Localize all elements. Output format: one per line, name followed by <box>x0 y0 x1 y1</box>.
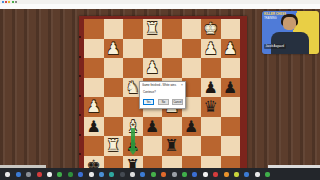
no-button[interactable]: No <box>158 99 169 105</box>
board-square[interactable]: ♜ <box>104 136 124 156</box>
taskbar-icon[interactable] <box>213 172 218 177</box>
taskbar-icon[interactable] <box>57 172 62 177</box>
taskbar-icon[interactable] <box>192 172 197 177</box>
webcam-overlay: KILLER CHESS TRAINING Jacob Aagaard <box>262 11 319 54</box>
board-square[interactable]: ♟ <box>84 117 104 137</box>
taskbar-icon[interactable] <box>172 172 177 177</box>
titlebar-icon[interactable] <box>15 1 17 3</box>
board-square[interactable]: ♜ <box>162 136 182 156</box>
taskbar-icon[interactable] <box>161 172 166 177</box>
board-square[interactable] <box>221 58 241 78</box>
taskbar-icon[interactable] <box>5 172 10 177</box>
board-square[interactable] <box>182 58 202 78</box>
chess-piece-wP[interactable]: ♟ <box>143 58 163 78</box>
chess-piece-wR[interactable]: ♜ <box>143 19 163 39</box>
taskbar-icon[interactable] <box>47 172 52 177</box>
chess-piece-bP[interactable]: ♟ <box>221 78 241 98</box>
board-square[interactable] <box>123 39 143 59</box>
dialog-title: Game finished - White wins <box>142 83 180 87</box>
chess-piece-wP[interactable]: ♟ <box>201 39 221 59</box>
board-square[interactable] <box>104 78 124 98</box>
close-icon[interactable]: × <box>180 83 184 87</box>
titlebar-icon[interactable] <box>5 1 7 3</box>
board-square[interactable]: ♟ <box>182 117 202 137</box>
taskbar <box>0 168 320 180</box>
titlebar-icon[interactable] <box>12 1 14 3</box>
board-square[interactable] <box>162 117 182 137</box>
taskbar-icon[interactable] <box>265 172 270 177</box>
board-square[interactable]: ♟ <box>221 39 241 59</box>
taskbar-icon[interactable] <box>120 172 125 177</box>
taskbar-icon[interactable] <box>68 172 73 177</box>
chess-piece-wP[interactable]: ♟ <box>104 39 124 59</box>
board-square[interactable] <box>104 117 124 137</box>
board-square[interactable] <box>221 97 241 117</box>
board-square[interactable]: ♟ <box>221 78 241 98</box>
chess-piece-wP[interactable]: ♟ <box>84 97 104 117</box>
board-square[interactable]: ♟ <box>104 39 124 59</box>
streamer-body <box>271 32 309 54</box>
board-square[interactable] <box>221 117 241 137</box>
streamer-name-tag: Jacob Aagaard <box>264 44 286 49</box>
board-square[interactable] <box>162 39 182 59</box>
board-square[interactable] <box>84 136 104 156</box>
board-square[interactable] <box>123 58 143 78</box>
taskbar-icon[interactable] <box>16 172 21 177</box>
chess-piece-bP[interactable]: ♟ <box>201 78 221 98</box>
board-square[interactable] <box>221 136 241 156</box>
board-square[interactable]: ♜ <box>143 19 163 39</box>
board-square[interactable] <box>201 58 221 78</box>
board-square[interactable] <box>104 19 124 39</box>
move-arrow-head <box>128 148 138 155</box>
board-square[interactable] <box>221 19 241 39</box>
move-arrow-shaft <box>131 128 135 148</box>
chess-piece-bP[interactable]: ♟ <box>84 117 104 137</box>
board-square[interactable]: ♟ <box>201 39 221 59</box>
app-background-wood: ♜♚♟♟♟♟♞♟♟♟♟♛♟♝♟♟♜♟♜♚♜ Game finished - Wh… <box>0 9 320 168</box>
taskbar-icon[interactable] <box>224 172 229 177</box>
titlebar-icon[interactable] <box>8 1 10 3</box>
board-square[interactable]: ♟ <box>143 117 163 137</box>
taskbar-icon[interactable] <box>109 172 114 177</box>
taskbar-icon[interactable] <box>203 172 208 177</box>
taskbar-icon[interactable] <box>78 172 83 177</box>
cancel-button[interactable]: Cancel <box>172 99 183 105</box>
board-square[interactable] <box>143 136 163 156</box>
taskbar-icon[interactable] <box>130 172 135 177</box>
taskbar-icon[interactable] <box>99 172 104 177</box>
board-square[interactable] <box>162 19 182 39</box>
taskbar-icon[interactable] <box>182 172 187 177</box>
titlebar-icon[interactable] <box>2 1 4 3</box>
taskbar-icon[interactable] <box>89 172 94 177</box>
taskbar-icon[interactable] <box>244 172 249 177</box>
chess-piece-bR[interactable]: ♜ <box>162 136 182 156</box>
dialog-message: Continue? <box>143 90 156 94</box>
yes-button[interactable]: Yes <box>143 99 154 105</box>
chess-piece-wP[interactable]: ♟ <box>221 39 241 59</box>
rank-tick-marks <box>79 19 81 175</box>
board-square[interactable] <box>84 58 104 78</box>
chess-piece-bQ[interactable]: ♛ <box>201 97 221 117</box>
streamer-face <box>283 17 296 30</box>
chess-piece-bP[interactable]: ♟ <box>143 117 163 137</box>
app-screen: FileEditTrainLevelMovesEngineOptionsHelp… <box>0 0 320 180</box>
board-square[interactable] <box>84 39 104 59</box>
message-dialog: Game finished - White wins × Continue? Y… <box>139 81 186 109</box>
board-square[interactable]: ♟ <box>201 78 221 98</box>
chess-piece-wR[interactable]: ♜ <box>104 136 124 156</box>
webcam-overlay-line2: TRAINING <box>264 17 276 20</box>
taskbar-icon[interactable] <box>37 172 42 177</box>
board-square[interactable] <box>162 58 182 78</box>
board-square[interactable] <box>84 19 104 39</box>
taskbar-icon[interactable] <box>26 172 31 177</box>
taskbar-icon[interactable] <box>255 172 260 177</box>
webcam-overlay-line1: KILLER CHESS <box>264 13 286 16</box>
chess-piece-bP[interactable]: ♟ <box>182 117 202 137</box>
board-square[interactable]: ♟ <box>143 58 163 78</box>
board-square[interactable] <box>104 97 124 117</box>
taskbar-icon[interactable] <box>234 172 239 177</box>
board-square[interactable] <box>182 136 202 156</box>
board-square[interactable] <box>143 39 163 59</box>
taskbar-icon[interactable] <box>140 172 145 177</box>
board-square[interactable] <box>182 19 202 39</box>
board-square[interactable]: ♟ <box>84 97 104 117</box>
board-square[interactable] <box>201 117 221 137</box>
board-square[interactable] <box>84 78 104 98</box>
chess-piece-wK[interactable]: ♚ <box>201 19 221 39</box>
board-square[interactable] <box>104 58 124 78</box>
board-square[interactable] <box>182 39 202 59</box>
board-square[interactable]: ♛ <box>201 97 221 117</box>
board-square[interactable] <box>201 136 221 156</box>
board-square[interactable] <box>123 19 143 39</box>
board-square[interactable]: ♚ <box>201 19 221 39</box>
taskbar-icon[interactable] <box>151 172 156 177</box>
